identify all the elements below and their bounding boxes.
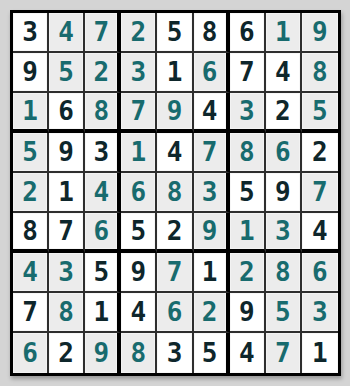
cell-digit: 5: [22, 139, 38, 165]
cell-r6c9[interactable]: 4: [302, 213, 338, 253]
cell-digit: 9: [239, 299, 255, 325]
cell-digit: 9: [312, 19, 328, 45]
cell-digit: 2: [167, 218, 183, 244]
cell-digit: 3: [58, 259, 74, 285]
cell-r5c3[interactable]: 4: [85, 173, 121, 213]
cell-r8c6[interactable]: 2: [194, 293, 230, 333]
cell-digit: 4: [239, 340, 255, 366]
cell-r6c2[interactable]: 7: [49, 213, 85, 253]
cell-digit: 4: [93, 179, 109, 205]
cell-digit: 8: [93, 98, 109, 124]
cell-r8c5[interactable]: 6: [157, 293, 193, 333]
cell-digit: 1: [167, 59, 183, 85]
cell-r4c6[interactable]: 7: [194, 133, 230, 173]
cell-r2c2[interactable]: 5: [49, 53, 85, 93]
cell-r1c6[interactable]: 8: [194, 13, 230, 53]
cell-digit: 9: [275, 179, 291, 205]
cell-digit: 9: [93, 340, 109, 366]
cell-r3c3[interactable]: 8: [85, 93, 121, 133]
cell-digit: 8: [312, 59, 328, 85]
cell-r2c1[interactable]: 9: [13, 53, 49, 93]
cell-digit: 6: [312, 259, 328, 285]
cell-digit: 1: [239, 218, 255, 244]
cell-r7c8[interactable]: 8: [266, 253, 302, 293]
cell-r9c1[interactable]: 6: [13, 333, 49, 373]
cell-digit: 1: [93, 299, 109, 325]
sudoku-board: 3472586199523167481687943255931478622146…: [10, 10, 341, 376]
cell-digit: 7: [58, 218, 74, 244]
cell-digit: 3: [131, 59, 147, 85]
cell-digit: 2: [131, 19, 147, 45]
cell-r4c3[interactable]: 3: [85, 133, 121, 173]
cell-r6c5[interactable]: 2: [157, 213, 193, 253]
cell-r8c9[interactable]: 3: [302, 293, 338, 333]
cell-digit: 3: [239, 98, 255, 124]
cell-r5c4[interactable]: 6: [121, 173, 157, 213]
cell-digit: 1: [202, 259, 218, 285]
cell-digit: 7: [131, 98, 147, 124]
cell-r9c3[interactable]: 9: [85, 333, 121, 373]
cell-r3c2[interactable]: 6: [49, 93, 85, 133]
cell-r5c1[interactable]: 2: [13, 173, 49, 213]
cell-r6c6[interactable]: 9: [194, 213, 230, 253]
cell-digit: 9: [22, 59, 38, 85]
cell-r2c8[interactable]: 4: [266, 53, 302, 93]
cell-r9c9[interactable]: 1: [302, 333, 338, 373]
cell-r5c2[interactable]: 1: [49, 173, 85, 213]
cell-digit: 1: [275, 19, 291, 45]
cell-digit: 3: [202, 179, 218, 205]
cell-r3c5[interactable]: 9: [157, 93, 193, 133]
cell-digit: 7: [239, 59, 255, 85]
cell-digit: 7: [275, 340, 291, 366]
cell-r1c5[interactable]: 5: [157, 13, 193, 53]
cell-r1c7[interactable]: 6: [230, 13, 266, 53]
cell-digit: 3: [275, 218, 291, 244]
cell-r4c2[interactable]: 9: [49, 133, 85, 173]
cell-digit: 7: [93, 19, 109, 45]
cell-digit: 6: [131, 179, 147, 205]
cell-digit: 2: [202, 299, 218, 325]
cell-r9c2[interactable]: 2: [49, 333, 85, 373]
cell-digit: 6: [22, 340, 38, 366]
cell-digit: 6: [167, 299, 183, 325]
cell-r3c4[interactable]: 7: [121, 93, 157, 133]
cell-r8c3[interactable]: 1: [85, 293, 121, 333]
cell-digit: 4: [202, 98, 218, 124]
cell-r3c1[interactable]: 1: [13, 93, 49, 133]
cell-r8c1[interactable]: 7: [13, 293, 49, 333]
cell-r1c3[interactable]: 7: [85, 13, 121, 53]
cell-digit: 3: [93, 139, 109, 165]
cell-digit: 4: [22, 259, 38, 285]
cell-r2c4[interactable]: 3: [121, 53, 157, 93]
cell-r4c4[interactable]: 1: [121, 133, 157, 173]
cell-digit: 6: [202, 59, 218, 85]
cell-digit: 5: [167, 19, 183, 45]
cell-digit: 2: [312, 139, 328, 165]
cell-r3c9[interactable]: 5: [302, 93, 338, 133]
cell-r8c4[interactable]: 4: [121, 293, 157, 333]
cell-r2c7[interactable]: 7: [230, 53, 266, 93]
cell-digit: 3: [22, 19, 38, 45]
cell-digit: 8: [239, 139, 255, 165]
cell-r7c1[interactable]: 4: [13, 253, 49, 293]
cell-r3c8[interactable]: 2: [266, 93, 302, 133]
cell-digit: 5: [202, 340, 218, 366]
cell-digit: 2: [22, 179, 38, 205]
cell-digit: 1: [312, 340, 328, 366]
cell-r4c7[interactable]: 8: [230, 133, 266, 173]
cell-r2c3[interactable]: 2: [85, 53, 121, 93]
cell-digit: 7: [202, 139, 218, 165]
cell-r4c5[interactable]: 4: [157, 133, 193, 173]
cell-digit: 6: [93, 218, 109, 244]
cell-r7c7[interactable]: 2: [230, 253, 266, 293]
cell-digit: 5: [131, 218, 147, 244]
cell-digit: 7: [167, 259, 183, 285]
cell-r7c9[interactable]: 6: [302, 253, 338, 293]
cell-digit: 5: [239, 179, 255, 205]
cell-r6c1[interactable]: 8: [13, 213, 49, 253]
cell-r1c4[interactable]: 2: [121, 13, 157, 53]
cell-r2c9[interactable]: 8: [302, 53, 338, 93]
cell-digit: 1: [131, 139, 147, 165]
cell-r5c6[interactable]: 3: [194, 173, 230, 213]
cell-digit: 4: [58, 19, 74, 45]
cell-digit: 2: [93, 59, 109, 85]
cell-r5c9[interactable]: 7: [302, 173, 338, 213]
cell-r5c8[interactable]: 9: [266, 173, 302, 213]
cell-digit: 9: [167, 98, 183, 124]
cell-digit: 5: [275, 299, 291, 325]
cell-r6c4[interactable]: 5: [121, 213, 157, 253]
cell-r2c5[interactable]: 1: [157, 53, 193, 93]
cell-r7c6[interactable]: 1: [194, 253, 230, 293]
cell-digit: 3: [167, 340, 183, 366]
cell-digit: 6: [58, 98, 74, 124]
cell-digit: 4: [275, 59, 291, 85]
cell-r6c3[interactable]: 6: [85, 213, 121, 253]
cell-r1c8[interactable]: 1: [266, 13, 302, 53]
cell-digit: 6: [239, 19, 255, 45]
cell-digit: 4: [131, 299, 147, 325]
cell-r8c2[interactable]: 8: [49, 293, 85, 333]
cell-r4c1[interactable]: 5: [13, 133, 49, 173]
cell-digit: 7: [22, 299, 38, 325]
cell-r4c9[interactable]: 2: [302, 133, 338, 173]
cell-r1c9[interactable]: 9: [302, 13, 338, 53]
cell-digit: 9: [131, 259, 147, 285]
cell-r5c7[interactable]: 5: [230, 173, 266, 213]
cell-digit: 5: [312, 98, 328, 124]
cell-digit: 8: [167, 179, 183, 205]
cell-r7c2[interactable]: 3: [49, 253, 85, 293]
cell-digit: 8: [22, 218, 38, 244]
cell-r7c4[interactable]: 9: [121, 253, 157, 293]
cell-digit: 4: [312, 218, 328, 244]
cell-digit: 2: [239, 259, 255, 285]
cell-r2c6[interactable]: 6: [194, 53, 230, 93]
cell-r7c3[interactable]: 5: [85, 253, 121, 293]
cell-r1c1[interactable]: 3: [13, 13, 49, 53]
cell-r9c6[interactable]: 5: [194, 333, 230, 373]
cell-r9c8[interactable]: 7: [266, 333, 302, 373]
cell-digit: 1: [22, 98, 38, 124]
cell-digit: 4: [167, 139, 183, 165]
cell-digit: 6: [275, 139, 291, 165]
cell-r9c4[interactable]: 8: [121, 333, 157, 373]
cell-digit: 5: [93, 259, 109, 285]
cell-digit: 8: [275, 259, 291, 285]
cell-r5c5[interactable]: 8: [157, 173, 193, 213]
cell-r7c5[interactable]: 7: [157, 253, 193, 293]
cell-r3c7[interactable]: 3: [230, 93, 266, 133]
cell-digit: 9: [58, 139, 74, 165]
cell-r8c8[interactable]: 5: [266, 293, 302, 333]
cell-digit: 7: [312, 179, 328, 205]
cell-r8c7[interactable]: 9: [230, 293, 266, 333]
cell-r4c8[interactable]: 6: [266, 133, 302, 173]
cell-digit: 9: [202, 218, 218, 244]
cell-r6c8[interactable]: 3: [266, 213, 302, 253]
cell-r3c6[interactable]: 4: [194, 93, 230, 133]
cell-digit: 8: [58, 299, 74, 325]
cell-digit: 3: [312, 299, 328, 325]
cell-digit: 2: [275, 98, 291, 124]
cell-digit: 5: [58, 59, 74, 85]
cell-digit: 1: [58, 179, 74, 205]
cell-digit: 8: [202, 19, 218, 45]
cell-r9c5[interactable]: 3: [157, 333, 193, 373]
cell-r6c7[interactable]: 1: [230, 213, 266, 253]
cell-digit: 2: [58, 340, 74, 366]
cell-r9c7[interactable]: 4: [230, 333, 266, 373]
cell-r1c2[interactable]: 4: [49, 13, 85, 53]
cell-digit: 8: [131, 340, 147, 366]
